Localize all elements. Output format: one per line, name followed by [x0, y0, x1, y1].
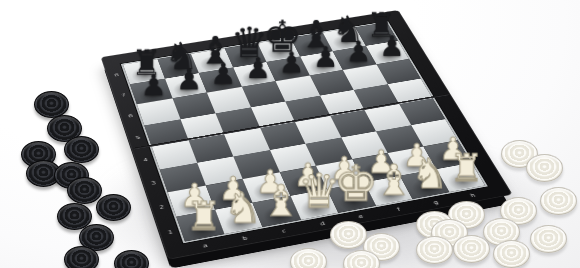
piece-white-knight: ♞ [412, 153, 449, 194]
piece-black-pawn: ♟ [279, 48, 305, 77]
white-draughts-piece [416, 236, 453, 264]
square-a1: ♜ [176, 209, 224, 241]
piece-white-king: ♚ [334, 159, 378, 208]
white-draughts-piece [330, 221, 367, 249]
black-draughts-piece [67, 177, 102, 204]
white-draughts-piece [343, 250, 380, 268]
piece-white-rook: ♜ [186, 197, 221, 236]
square-b1: ♞ [214, 202, 262, 234]
white-draughts-piece [453, 235, 490, 263]
piece-black-pawn: ♟ [313, 43, 339, 72]
piece-black-pawn: ♟ [176, 65, 202, 94]
piece-black-pawn: ♟ [346, 38, 372, 67]
black-draughts-piece [64, 246, 99, 268]
white-draughts-piece [290, 248, 327, 268]
magnetic-chess-set-photo: 87654321 abcdefgh ♜♞♝♛♚♝♞♜♟♟♟♟♟♟♟♟♟♟♟♟♟♟… [0, 0, 580, 268]
square-c7: ♟ [199, 67, 242, 92]
white-draughts-piece [540, 187, 577, 215]
piece-white-rook: ♜ [449, 150, 483, 188]
black-draughts-piece [64, 136, 99, 163]
white-draughts-piece [530, 225, 567, 253]
white-draughts-piece [493, 240, 530, 268]
piece-black-pawn: ♟ [141, 71, 167, 100]
square-a6 [137, 98, 180, 125]
piece-white-bishop: ♝ [262, 179, 301, 222]
white-draughts-piece [526, 154, 563, 182]
piece-white-knight: ♞ [224, 187, 262, 229]
black-draughts-piece [96, 194, 131, 221]
piece-black-pawn: ♟ [379, 32, 405, 60]
piece-black-pawn: ♟ [245, 54, 271, 83]
piece-white-queen: ♛ [298, 168, 340, 215]
piece-black-pawn: ♟ [211, 59, 237, 88]
black-draughts-piece [34, 91, 69, 118]
piece-white-bishop: ♝ [374, 158, 412, 201]
